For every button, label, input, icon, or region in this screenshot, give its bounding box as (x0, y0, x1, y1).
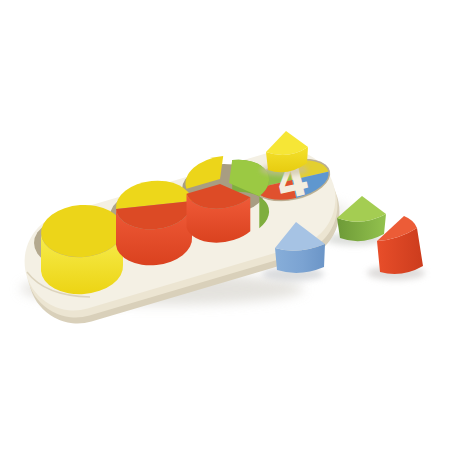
piece-quarter-green (337, 196, 386, 241)
piece-whole-yellow (39, 202, 124, 294)
piece-halves (116, 181, 192, 266)
piece-quarter-yellow (260, 131, 308, 176)
puzzle-illustration: 4 (0, 0, 450, 450)
product-photo-fraction-puzzle: 4 (0, 0, 450, 450)
